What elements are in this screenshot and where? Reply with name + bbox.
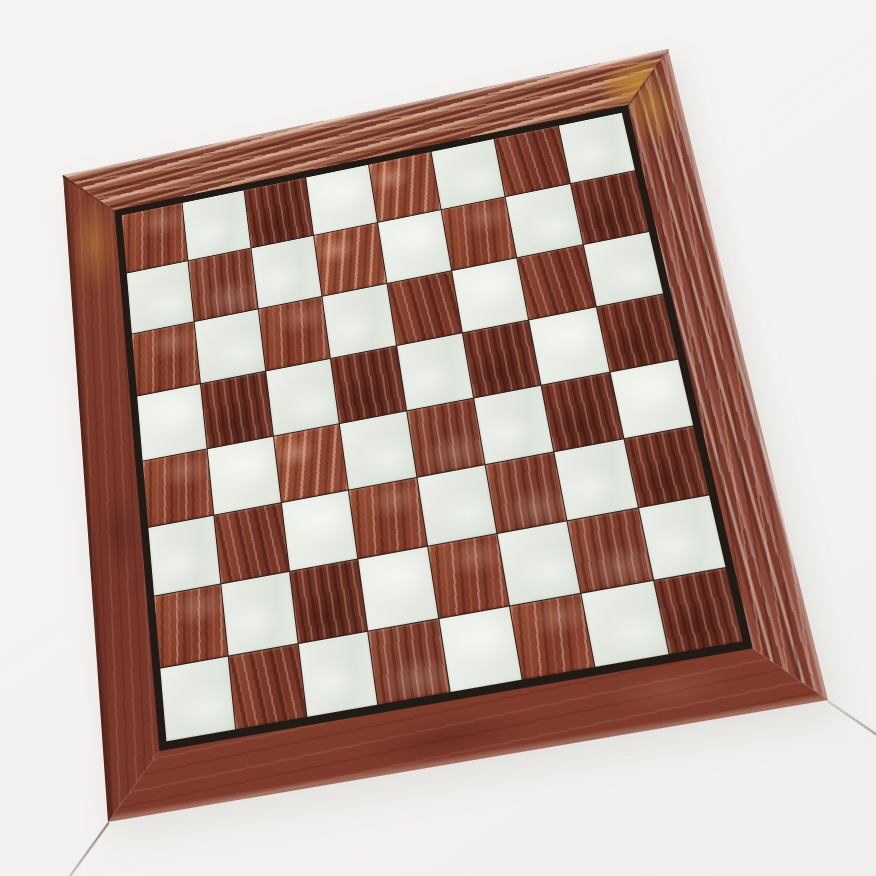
square-c6 <box>258 297 330 371</box>
square-g5 <box>529 308 609 385</box>
square-f7 <box>442 198 517 270</box>
square-d6 <box>323 284 396 358</box>
square-d7 <box>314 223 386 295</box>
square-f6 <box>452 258 528 332</box>
square-f2 <box>497 522 580 605</box>
square-a2 <box>154 585 228 668</box>
square-a7 <box>127 262 194 334</box>
square-f4 <box>474 385 553 464</box>
square-a6 <box>132 322 200 396</box>
square-d4 <box>340 411 416 489</box>
square-b4 <box>208 436 281 514</box>
square-f5 <box>463 321 541 398</box>
square-c3 <box>282 491 358 572</box>
square-h4 <box>610 359 693 438</box>
square-d1 <box>368 619 449 705</box>
square-h3 <box>624 426 709 507</box>
square-f3 <box>486 452 567 533</box>
square-d3 <box>349 478 427 559</box>
square-b3 <box>215 503 289 583</box>
square-c4 <box>274 424 348 502</box>
square-e1 <box>439 606 522 692</box>
square-c7 <box>251 236 321 308</box>
square-e3 <box>417 465 496 546</box>
square-h5 <box>597 294 678 371</box>
square-c2 <box>290 560 367 643</box>
square-b5 <box>201 372 272 448</box>
square-b2 <box>222 572 298 655</box>
square-g4 <box>542 372 623 451</box>
square-e7 <box>378 211 451 283</box>
square-a1 <box>160 656 235 741</box>
square-b7 <box>189 249 258 321</box>
square-b1 <box>229 644 306 729</box>
square-g6 <box>517 245 595 320</box>
square-c5 <box>266 359 339 435</box>
square-a5 <box>137 384 207 460</box>
square-d5 <box>331 346 406 422</box>
square-c1 <box>298 631 377 716</box>
square-h6 <box>583 232 663 307</box>
square-a4 <box>143 449 214 527</box>
photo-background <box>0 0 876 876</box>
square-f1 <box>510 594 595 680</box>
square-e4 <box>407 398 485 477</box>
miter-seam-bottom-right <box>827 700 876 757</box>
chess-board <box>63 49 828 822</box>
square-a3 <box>148 516 220 596</box>
square-g3 <box>555 439 638 520</box>
square-g2 <box>568 509 653 593</box>
square-b6 <box>195 309 265 383</box>
square-g1 <box>582 581 669 667</box>
square-e5 <box>397 334 473 410</box>
square-e2 <box>428 534 509 617</box>
miter-seam-bottom-left <box>54 822 110 876</box>
square-d2 <box>359 547 438 630</box>
square-e6 <box>387 271 462 345</box>
